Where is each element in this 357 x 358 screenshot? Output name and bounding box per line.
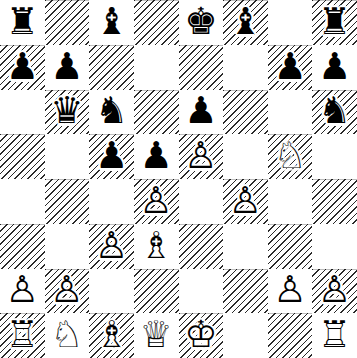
square-b5[interactable] — [45, 134, 90, 179]
square-d7[interactable] — [134, 45, 179, 90]
square-g7[interactable]: ♟ — [268, 45, 313, 90]
square-c7[interactable] — [89, 45, 134, 90]
square-h2[interactable]: ♙ — [312, 269, 357, 314]
square-a8[interactable]: ♜ — [0, 0, 45, 45]
square-e2[interactable] — [179, 269, 224, 314]
square-f5[interactable] — [223, 134, 268, 179]
square-e3[interactable] — [179, 224, 224, 269]
square-b7[interactable]: ♟ — [45, 45, 90, 90]
piece-black-knight[interactable]: ♞ — [95, 92, 128, 129]
piece-black-bishop[interactable]: ♝ — [229, 3, 262, 40]
piece-white-pawn[interactable]: ♙ — [273, 271, 306, 308]
square-h5[interactable] — [312, 134, 357, 179]
square-f3[interactable] — [223, 224, 268, 269]
square-e1[interactable]: ♔ — [179, 313, 224, 358]
piece-white-pawn[interactable]: ♙ — [6, 271, 39, 308]
square-a6[interactable] — [0, 90, 45, 135]
piece-white-pawn[interactable]: ♙ — [184, 137, 217, 174]
square-a7[interactable]: ♟ — [0, 45, 45, 90]
square-f1[interactable] — [223, 313, 268, 358]
square-a5[interactable] — [0, 134, 45, 179]
square-h8[interactable]: ♜ — [312, 0, 357, 45]
square-b2[interactable]: ♙ — [45, 269, 90, 314]
square-b8[interactable] — [45, 0, 90, 45]
square-f6[interactable] — [223, 90, 268, 135]
piece-black-king[interactable]: ♚ — [184, 3, 217, 40]
piece-white-pawn[interactable]: ♙ — [318, 271, 351, 308]
piece-black-queen[interactable]: ♛ — [50, 92, 83, 129]
square-e8[interactable]: ♚ — [179, 0, 224, 45]
piece-white-pawn[interactable]: ♙ — [229, 182, 262, 219]
piece-black-pawn[interactable]: ♟ — [273, 48, 306, 85]
square-b1[interactable]: ♘ — [45, 313, 90, 358]
square-c4[interactable] — [89, 179, 134, 224]
piece-white-queen[interactable]: ♕ — [140, 316, 173, 353]
square-h1[interactable]: ♖ — [312, 313, 357, 358]
square-g6[interactable] — [268, 90, 313, 135]
piece-white-knight[interactable]: ♘ — [50, 316, 83, 353]
piece-white-pawn[interactable]: ♙ — [50, 271, 83, 308]
square-g1[interactable] — [268, 313, 313, 358]
piece-black-knight[interactable]: ♞ — [318, 92, 351, 129]
square-d8[interactable] — [134, 0, 179, 45]
square-f7[interactable] — [223, 45, 268, 90]
square-c5[interactable]: ♟ — [89, 134, 134, 179]
square-c3[interactable]: ♙ — [89, 224, 134, 269]
square-e7[interactable] — [179, 45, 224, 90]
square-d1[interactable]: ♕ — [134, 313, 179, 358]
piece-white-pawn[interactable]: ♙ — [140, 182, 173, 219]
piece-white-rook[interactable]: ♖ — [6, 316, 39, 353]
piece-black-bishop[interactable]: ♝ — [95, 3, 128, 40]
square-g4[interactable] — [268, 179, 313, 224]
piece-black-pawn[interactable]: ♟ — [95, 137, 128, 174]
square-f8[interactable]: ♝ — [223, 0, 268, 45]
square-e6[interactable]: ♟ — [179, 90, 224, 135]
square-c1[interactable]: ♗ — [89, 313, 134, 358]
square-b6[interactable]: ♛ — [45, 90, 90, 135]
piece-white-rook[interactable]: ♖ — [318, 316, 351, 353]
square-h7[interactable]: ♟ — [312, 45, 357, 90]
piece-white-bishop[interactable]: ♗ — [140, 227, 173, 264]
piece-black-pawn[interactable]: ♟ — [50, 48, 83, 85]
piece-black-pawn[interactable]: ♟ — [140, 137, 173, 174]
square-h4[interactable] — [312, 179, 357, 224]
square-d3[interactable]: ♗ — [134, 224, 179, 269]
piece-black-pawn[interactable]: ♟ — [184, 92, 217, 129]
square-e5[interactable]: ♙ — [179, 134, 224, 179]
square-g2[interactable]: ♙ — [268, 269, 313, 314]
square-d5[interactable]: ♟ — [134, 134, 179, 179]
square-b4[interactable] — [45, 179, 90, 224]
square-d6[interactable] — [134, 90, 179, 135]
piece-white-pawn[interactable]: ♙ — [95, 227, 128, 264]
square-a2[interactable]: ♙ — [0, 269, 45, 314]
square-c2[interactable] — [89, 269, 134, 314]
square-f4[interactable]: ♙ — [223, 179, 268, 224]
square-f2[interactable] — [223, 269, 268, 314]
square-b3[interactable] — [45, 224, 90, 269]
square-g3[interactable] — [268, 224, 313, 269]
square-d4[interactable]: ♙ — [134, 179, 179, 224]
square-a4[interactable] — [0, 179, 45, 224]
piece-black-pawn[interactable]: ♟ — [318, 48, 351, 85]
square-a1[interactable]: ♖ — [0, 313, 45, 358]
piece-black-rook[interactable]: ♜ — [6, 3, 39, 40]
piece-black-rook[interactable]: ♜ — [318, 3, 351, 40]
piece-white-bishop[interactable]: ♗ — [95, 316, 128, 353]
square-a3[interactable] — [0, 224, 45, 269]
square-c6[interactable]: ♞ — [89, 90, 134, 135]
square-d2[interactable] — [134, 269, 179, 314]
square-c8[interactable]: ♝ — [89, 0, 134, 45]
square-g5[interactable]: ♘ — [268, 134, 313, 179]
piece-white-knight[interactable]: ♘ — [273, 137, 306, 174]
piece-black-pawn[interactable]: ♟ — [6, 48, 39, 85]
square-g8[interactable] — [268, 0, 313, 45]
square-e4[interactable] — [179, 179, 224, 224]
chess-diagram: ♜♝♚♝♜♟♟♟♟♛♞♟♞♟♟♙♘♙♙♙♗♙♙♙♙♖♘♗♕♔♖ — [0, 0, 357, 358]
square-h6[interactable]: ♞ — [312, 90, 357, 135]
piece-white-king[interactable]: ♔ — [184, 316, 217, 353]
chess-board: ♜♝♚♝♜♟♟♟♟♛♞♟♞♟♟♙♘♙♙♙♗♙♙♙♙♖♘♗♕♔♖ — [0, 0, 357, 358]
square-h3[interactable] — [312, 224, 357, 269]
